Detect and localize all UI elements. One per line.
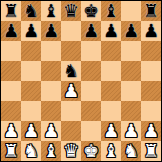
white-bishop-icon[interactable]: ♝ <box>43 141 59 161</box>
square-a8[interactable]: ♜ <box>1 1 21 21</box>
square-a7[interactable]: ♟ <box>1 21 21 41</box>
square-c4[interactable] <box>41 81 61 101</box>
square-b8[interactable]: ♞ <box>21 1 41 21</box>
black-rook-icon[interactable]: ♜ <box>3 1 19 21</box>
square-e3[interactable] <box>81 101 101 121</box>
square-b7[interactable]: ♟ <box>21 21 41 41</box>
square-b2[interactable]: ♟ <box>21 121 41 141</box>
white-pawn-icon[interactable]: ♟ <box>143 121 159 141</box>
square-c3[interactable] <box>41 101 61 121</box>
square-b3[interactable] <box>21 101 41 121</box>
square-a2[interactable]: ♟ <box>1 121 21 141</box>
square-d4[interactable]: ♟ <box>61 81 81 101</box>
white-queen-icon[interactable]: ♛ <box>63 141 79 161</box>
square-e7[interactable]: ♟ <box>81 21 101 41</box>
square-h4[interactable] <box>141 81 161 101</box>
black-pawn-icon[interactable]: ♟ <box>23 21 39 41</box>
square-c5[interactable] <box>41 61 61 81</box>
square-b5[interactable] <box>21 61 41 81</box>
white-bishop-icon[interactable]: ♝ <box>103 141 119 161</box>
black-rook-icon[interactable]: ♜ <box>143 1 159 21</box>
white-king-icon[interactable]: ♚ <box>83 141 99 161</box>
square-g8[interactable] <box>121 1 141 21</box>
square-a5[interactable] <box>1 61 21 81</box>
square-h6[interactable] <box>141 41 161 61</box>
black-pawn-icon[interactable]: ♟ <box>3 21 19 41</box>
square-h2[interactable]: ♟ <box>141 121 161 141</box>
black-pawn-icon[interactable]: ♟ <box>143 21 159 41</box>
black-knight-icon[interactable]: ♞ <box>63 61 79 81</box>
square-g1[interactable]: ♞ <box>121 141 141 161</box>
white-knight-icon[interactable]: ♞ <box>23 141 39 161</box>
square-f2[interactable]: ♟ <box>101 121 121 141</box>
square-d2[interactable] <box>61 121 81 141</box>
square-e2[interactable] <box>81 121 101 141</box>
square-h1[interactable]: ♜ <box>141 141 161 161</box>
square-a4[interactable] <box>1 81 21 101</box>
square-a1[interactable]: ♜ <box>1 141 21 161</box>
square-e5[interactable] <box>81 61 101 81</box>
square-e4[interactable] <box>81 81 101 101</box>
square-c1[interactable]: ♝ <box>41 141 61 161</box>
square-f3[interactable] <box>101 101 121 121</box>
square-a6[interactable] <box>1 41 21 61</box>
white-pawn-icon[interactable]: ♟ <box>103 121 119 141</box>
square-g6[interactable] <box>121 41 141 61</box>
square-c6[interactable] <box>41 41 61 61</box>
black-knight-icon[interactable]: ♞ <box>23 1 39 21</box>
square-d5[interactable]: ♞ <box>61 61 81 81</box>
square-f5[interactable] <box>101 61 121 81</box>
square-f8[interactable]: ♝ <box>101 1 121 21</box>
white-pawn-icon[interactable]: ♟ <box>63 81 79 101</box>
square-c7[interactable]: ♟ <box>41 21 61 41</box>
square-b6[interactable] <box>21 41 41 61</box>
black-pawn-icon[interactable]: ♟ <box>103 21 119 41</box>
black-pawn-icon[interactable]: ♟ <box>123 21 139 41</box>
square-f4[interactable] <box>101 81 121 101</box>
black-bishop-icon[interactable]: ♝ <box>43 1 59 21</box>
white-pawn-icon[interactable]: ♟ <box>43 121 59 141</box>
square-c2[interactable]: ♟ <box>41 121 61 141</box>
square-f1[interactable]: ♝ <box>101 141 121 161</box>
square-e1[interactable]: ♚ <box>81 141 101 161</box>
square-g3[interactable] <box>121 101 141 121</box>
square-g7[interactable]: ♟ <box>121 21 141 41</box>
black-king-icon[interactable]: ♚ <box>83 1 99 21</box>
square-d1[interactable]: ♛ <box>61 141 81 161</box>
square-e8[interactable]: ♚ <box>81 1 101 21</box>
white-rook-icon[interactable]: ♜ <box>3 141 19 161</box>
square-g2[interactable]: ♟ <box>121 121 141 141</box>
white-rook-icon[interactable]: ♜ <box>143 141 159 161</box>
square-b4[interactable] <box>21 81 41 101</box>
square-d8[interactable]: ♛ <box>61 1 81 21</box>
square-d6[interactable] <box>61 41 81 61</box>
black-queen-icon[interactable]: ♛ <box>63 1 79 21</box>
white-knight-icon[interactable]: ♞ <box>123 141 139 161</box>
square-g4[interactable] <box>121 81 141 101</box>
square-d3[interactable] <box>61 101 81 121</box>
white-pawn-icon[interactable]: ♟ <box>23 121 39 141</box>
square-f6[interactable] <box>101 41 121 61</box>
square-b1[interactable]: ♞ <box>21 141 41 161</box>
white-pawn-icon[interactable]: ♟ <box>123 121 139 141</box>
black-bishop-icon[interactable]: ♝ <box>103 1 119 21</box>
square-f7[interactable]: ♟ <box>101 21 121 41</box>
square-g5[interactable] <box>121 61 141 81</box>
square-h5[interactable] <box>141 61 161 81</box>
square-c8[interactable]: ♝ <box>41 1 61 21</box>
square-a3[interactable] <box>1 101 21 121</box>
square-h7[interactable]: ♟ <box>141 21 161 41</box>
black-pawn-icon[interactable]: ♟ <box>43 21 59 41</box>
chess-board: ♜♞♝♛♚♝♜♟♟♟♟♟♟♟♞♟♟♟♟♟♟♟♜♞♝♛♚♝♞♜ <box>0 0 162 162</box>
square-h3[interactable] <box>141 101 161 121</box>
black-pawn-icon[interactable]: ♟ <box>83 21 99 41</box>
square-d7[interactable] <box>61 21 81 41</box>
white-pawn-icon[interactable]: ♟ <box>3 121 19 141</box>
square-h8[interactable]: ♜ <box>141 1 161 21</box>
square-e6[interactable] <box>81 41 101 61</box>
